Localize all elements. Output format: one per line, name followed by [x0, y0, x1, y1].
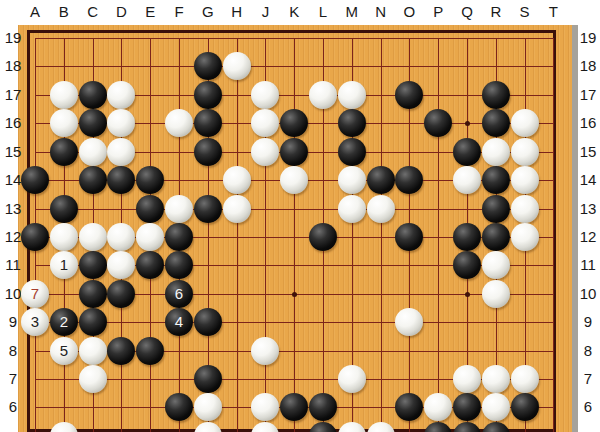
row-label-left: 15: [1, 143, 25, 161]
row-label-right: 9: [576, 313, 600, 331]
stone-S16[interactable]: [511, 109, 539, 137]
stone-G17[interactable]: [194, 81, 222, 109]
row-label-right: 18: [576, 57, 600, 75]
stone-R17[interactable]: [482, 81, 510, 109]
row-label-right: 10: [576, 285, 600, 303]
stone-C10[interactable]: [79, 280, 107, 308]
grid-line-vertical: [438, 38, 439, 432]
stone-C8[interactable]: [79, 337, 107, 365]
stone-Q12[interactable]: [453, 223, 481, 251]
stone-Q15[interactable]: [453, 138, 481, 166]
stone-C7[interactable]: [79, 365, 107, 393]
stone-M14[interactable]: [338, 166, 366, 194]
stone-G7[interactable]: [194, 365, 222, 393]
stone-Q14[interactable]: [453, 166, 481, 194]
stone-S15[interactable]: [511, 138, 539, 166]
move-number-label: 2: [60, 308, 68, 336]
stone-B12[interactable]: [50, 223, 78, 251]
stone-B15[interactable]: [50, 138, 78, 166]
row-label-left: 17: [1, 86, 25, 104]
column-label: A: [23, 3, 47, 20]
grid-line-vertical: [294, 38, 295, 432]
row-label-left: 16: [1, 114, 25, 132]
row-label-right: 6: [576, 398, 600, 416]
stone-R16[interactable]: [482, 109, 510, 137]
column-label: C: [81, 3, 105, 20]
move-number-label: 3: [31, 308, 39, 336]
stone-B9[interactable]: 2: [50, 308, 78, 336]
column-label: M: [340, 3, 364, 20]
stone-A10[interactable]: 7: [21, 280, 49, 308]
row-label-right: 12: [576, 228, 600, 246]
stone-C17[interactable]: [79, 81, 107, 109]
move-number-label: 7: [31, 280, 39, 308]
row-label-left: 13: [1, 200, 25, 218]
stone-C9[interactable]: [79, 308, 107, 336]
stone-E13[interactable]: [136, 195, 164, 223]
row-label-right: 11: [576, 256, 600, 274]
stone-C14[interactable]: [79, 166, 107, 194]
stone-A12[interactable]: [21, 223, 49, 251]
stone-L17[interactable]: [309, 81, 337, 109]
grid-line-horizontal: [35, 38, 553, 39]
column-label: B: [52, 3, 76, 20]
column-label: P: [426, 3, 450, 20]
row-label-right: 16: [576, 114, 600, 132]
move-number-label: 5: [60, 337, 68, 365]
stone-S14[interactable]: [511, 166, 539, 194]
stone-B17[interactable]: [50, 81, 78, 109]
stone-C12[interactable]: [79, 223, 107, 251]
stone-B11[interactable]: 1: [50, 251, 78, 279]
move-number-label: 1: [60, 251, 68, 279]
row-label-right: 8: [576, 342, 600, 360]
column-label: L: [311, 3, 335, 20]
row-label-right: 13: [576, 200, 600, 218]
stone-H13[interactable]: [223, 195, 251, 223]
stone-M16[interactable]: [338, 109, 366, 137]
row-label-left: 8: [1, 342, 25, 360]
stone-R7[interactable]: [482, 365, 510, 393]
stone-R12[interactable]: [482, 223, 510, 251]
go-board-screenshot: ABCDEFGHJKLMNOPQRST 19181716151413121110…: [0, 0, 600, 432]
grid-line-vertical: [381, 38, 382, 432]
stone-L12[interactable]: [309, 223, 337, 251]
grid-line-horizontal: [35, 66, 553, 67]
move-number-label: 4: [175, 308, 183, 336]
stone-H14[interactable]: [223, 166, 251, 194]
row-label-right: 17: [576, 86, 600, 104]
stone-F13[interactable]: [165, 195, 193, 223]
column-label: Q: [455, 3, 479, 20]
stone-G15[interactable]: [194, 138, 222, 166]
stone-H18[interactable]: [223, 52, 251, 80]
stone-R13[interactable]: [482, 195, 510, 223]
stone-A14[interactable]: [21, 166, 49, 194]
stone-F9[interactable]: 4: [165, 308, 193, 336]
stone-D10[interactable]: [107, 280, 135, 308]
stone-M17[interactable]: [338, 81, 366, 109]
column-label: K: [282, 3, 306, 20]
stone-K15[interactable]: [280, 138, 308, 166]
stone-G13[interactable]: [194, 195, 222, 223]
stone-Q7[interactable]: [453, 365, 481, 393]
grid-line-horizontal: [35, 322, 553, 323]
stone-F10[interactable]: 6: [165, 280, 193, 308]
star-point: [292, 292, 297, 297]
star-point: [465, 292, 470, 297]
stone-S7[interactable]: [511, 365, 539, 393]
stone-C16[interactable]: [79, 109, 107, 137]
column-label: E: [138, 3, 162, 20]
stone-C11[interactable]: [79, 251, 107, 279]
column-label: S: [513, 3, 537, 20]
stone-G9[interactable]: [194, 308, 222, 336]
row-label-left: 6: [1, 398, 25, 416]
stone-B13[interactable]: [50, 195, 78, 223]
stone-C15[interactable]: [79, 138, 107, 166]
column-label: R: [484, 3, 508, 20]
stone-B8[interactable]: 5: [50, 337, 78, 365]
row-label-left: 19: [1, 29, 25, 47]
stone-R10[interactable]: [482, 280, 510, 308]
stone-S6[interactable]: [511, 393, 539, 421]
column-label: N: [369, 3, 393, 20]
grid-line-horizontal: [35, 209, 553, 210]
row-label-right: 15: [576, 143, 600, 161]
stone-D8[interactable]: [107, 337, 135, 365]
column-label: O: [397, 3, 421, 20]
stone-R14[interactable]: [482, 166, 510, 194]
move-number-label: 6: [175, 280, 183, 308]
stone-E12[interactable]: [136, 223, 164, 251]
stone-R11[interactable]: [482, 251, 510, 279]
column-label: G: [196, 3, 220, 20]
stone-S13[interactable]: [511, 195, 539, 223]
stone-N14[interactable]: [367, 166, 395, 194]
row-label-right: 19: [576, 29, 600, 47]
column-label: J: [253, 3, 277, 20]
stone-S12[interactable]: [511, 223, 539, 251]
row-label-left: 18: [1, 57, 25, 75]
stone-M15[interactable]: [338, 138, 366, 166]
stone-D15[interactable]: [107, 138, 135, 166]
row-label-left: 7: [1, 370, 25, 388]
stone-F12[interactable]: [165, 223, 193, 251]
stone-R15[interactable]: [482, 138, 510, 166]
stone-J15[interactable]: [251, 138, 279, 166]
column-label: F: [167, 3, 191, 20]
column-label: T: [541, 3, 565, 20]
row-label-right: 14: [576, 171, 600, 189]
stone-M7[interactable]: [338, 365, 366, 393]
stone-G16[interactable]: [194, 109, 222, 137]
stone-N13[interactable]: [367, 195, 395, 223]
column-label: H: [225, 3, 249, 20]
stone-E8[interactable]: [136, 337, 164, 365]
stone-A9[interactable]: 3: [21, 308, 49, 336]
grid-line-vertical: [237, 38, 238, 432]
grid-line-vertical: [553, 38, 554, 432]
stone-B16[interactable]: [50, 109, 78, 137]
row-label-right: 7: [576, 370, 600, 388]
stone-M13[interactable]: [338, 195, 366, 223]
column-label: D: [109, 3, 133, 20]
stone-J8[interactable]: [251, 337, 279, 365]
row-label-left: 11: [1, 256, 25, 274]
